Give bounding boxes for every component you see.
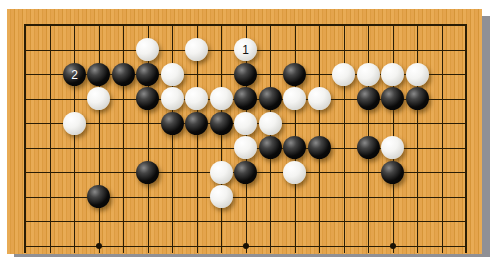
white-stone (185, 87, 208, 110)
star-point (390, 243, 396, 249)
black-stone (136, 87, 159, 110)
black-stone (234, 63, 257, 86)
black-stone (283, 63, 306, 86)
black-stone (259, 87, 282, 110)
black-stone (406, 87, 429, 110)
white-stone (161, 63, 184, 86)
black-stone (136, 63, 159, 86)
grid-line-vertical (442, 24, 443, 253)
black-stone (234, 87, 257, 110)
white-stone (185, 38, 208, 61)
white-stone (210, 185, 233, 208)
black-stone (308, 136, 331, 159)
grid-line-vertical (221, 24, 222, 253)
black-stone (259, 136, 282, 159)
white-stone (63, 112, 86, 135)
white-stone (234, 112, 257, 135)
white-stone (406, 63, 429, 86)
move-number-label: 1 (242, 44, 249, 56)
black-stone (136, 161, 159, 184)
black-stone (381, 87, 404, 110)
black-stone (161, 112, 184, 135)
white-stone (283, 161, 306, 184)
move-number-label: 2 (71, 69, 78, 81)
white-stone (381, 136, 404, 159)
white-stone (332, 63, 355, 86)
black-stone (112, 63, 135, 86)
white-stone: 1 (234, 38, 257, 61)
star-point (96, 243, 102, 249)
black-stone (210, 112, 233, 135)
grid-line-vertical (417, 24, 418, 253)
star-point (243, 243, 249, 249)
black-stone: 2 (63, 63, 86, 86)
white-stone (259, 112, 282, 135)
board-grid-layer: 12 (0, 0, 500, 257)
white-stone (234, 136, 257, 159)
black-stone (87, 185, 110, 208)
grid-line-vertical (50, 24, 51, 253)
diagram-frame: 12 (0, 0, 500, 257)
black-stone (283, 136, 306, 159)
black-stone (381, 161, 404, 184)
grid-line-vertical (465, 24, 467, 253)
white-stone (381, 63, 404, 86)
white-stone (210, 87, 233, 110)
grid-line-vertical (24, 24, 26, 253)
white-stone (308, 87, 331, 110)
white-stone (210, 161, 233, 184)
black-stone (87, 63, 110, 86)
white-stone (283, 87, 306, 110)
black-stone (185, 112, 208, 135)
grid-line-vertical (123, 24, 124, 253)
black-stone (234, 161, 257, 184)
grid-line-vertical (74, 24, 75, 253)
black-stone (357, 87, 380, 110)
grid-line-vertical (344, 24, 345, 253)
grid-line-vertical (172, 24, 173, 253)
white-stone (136, 38, 159, 61)
black-stone (357, 136, 380, 159)
white-stone (161, 87, 184, 110)
white-stone (357, 63, 380, 86)
grid-line-vertical (99, 24, 100, 253)
white-stone (87, 87, 110, 110)
